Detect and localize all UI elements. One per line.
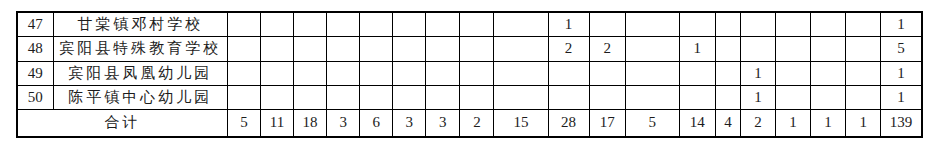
count-cell bbox=[294, 12, 327, 36]
count-cell: 28 bbox=[548, 109, 589, 137]
count-cell: 11 bbox=[261, 109, 294, 137]
count-cell bbox=[393, 36, 426, 61]
table-row: 47甘棠镇邓村学校11 bbox=[17, 12, 922, 36]
count-cell bbox=[227, 36, 260, 61]
count-cell bbox=[776, 85, 811, 109]
count-cell bbox=[811, 61, 846, 85]
count-cell: 1 bbox=[846, 109, 881, 137]
count-cell bbox=[426, 85, 460, 109]
count-cell bbox=[327, 12, 360, 36]
count-cell: 3 bbox=[426, 109, 460, 137]
count-cell bbox=[715, 85, 740, 109]
count-cell: 18 bbox=[294, 109, 327, 137]
count-cell: 2 bbox=[460, 109, 494, 137]
count-cell bbox=[548, 61, 589, 85]
count-cell bbox=[811, 36, 846, 61]
count-cell bbox=[625, 85, 679, 109]
count-cell bbox=[327, 36, 360, 61]
school-name-cell: 甘棠镇邓村学校 bbox=[53, 12, 227, 36]
count-cell bbox=[393, 61, 426, 85]
school-name-cell: 宾阳县特殊教育学校 bbox=[53, 36, 227, 61]
total-row-label: 合计 bbox=[17, 109, 227, 137]
count-cell bbox=[327, 61, 360, 85]
count-cell bbox=[393, 12, 426, 36]
count-cell bbox=[846, 36, 881, 61]
count-cell bbox=[360, 61, 393, 85]
count-cell bbox=[294, 85, 327, 109]
total-row: 合计511183633215281751442111139 bbox=[17, 109, 922, 137]
count-cell bbox=[426, 61, 460, 85]
count-cell bbox=[589, 12, 625, 36]
count-cell bbox=[227, 61, 260, 85]
count-cell: 5 bbox=[625, 109, 679, 137]
count-cell bbox=[625, 36, 679, 61]
count-cell: 1 bbox=[776, 109, 811, 137]
count-cell: 2 bbox=[548, 36, 589, 61]
count-cell bbox=[776, 36, 811, 61]
count-cell bbox=[679, 61, 715, 85]
count-cell: 4 bbox=[715, 109, 740, 137]
count-cell bbox=[625, 61, 679, 85]
count-cell bbox=[811, 12, 846, 36]
count-cell bbox=[811, 85, 846, 109]
count-cell bbox=[715, 36, 740, 61]
count-cell: 1 bbox=[740, 61, 775, 85]
count-cell bbox=[261, 12, 294, 36]
school-stats-table: 47甘棠镇邓村学校1148宾阳县特殊教育学校221549宾阳县凤凰幼儿园1150… bbox=[16, 11, 923, 138]
count-cell bbox=[548, 85, 589, 109]
count-cell bbox=[715, 12, 740, 36]
count-cell: 14 bbox=[679, 109, 715, 137]
count-cell bbox=[460, 12, 494, 36]
table-body: 47甘棠镇邓村学校1148宾阳县特殊教育学校221549宾阳县凤凰幼儿园1150… bbox=[17, 12, 922, 137]
table-row: 49宾阳县凤凰幼儿园11 bbox=[17, 61, 922, 85]
count-cell: 1 bbox=[548, 12, 589, 36]
school-name-cell: 宾阳县凤凰幼儿园 bbox=[53, 61, 227, 85]
count-cell: 5 bbox=[227, 109, 260, 137]
count-cell bbox=[261, 85, 294, 109]
row-number-cell: 50 bbox=[17, 85, 53, 109]
count-cell: 139 bbox=[881, 109, 922, 137]
count-cell: 3 bbox=[327, 109, 360, 137]
count-cell bbox=[494, 36, 548, 61]
count-cell: 1 bbox=[811, 109, 846, 137]
table-row: 50陈平镇中心幼儿园11 bbox=[17, 85, 922, 109]
row-number-cell: 48 bbox=[17, 36, 53, 61]
count-cell bbox=[846, 85, 881, 109]
count-cell bbox=[589, 85, 625, 109]
count-cell: 6 bbox=[360, 109, 393, 137]
count-cell bbox=[227, 85, 260, 109]
count-cell bbox=[393, 85, 426, 109]
count-cell bbox=[679, 85, 715, 109]
count-cell: 3 bbox=[393, 109, 426, 137]
row-number-cell: 49 bbox=[17, 61, 53, 85]
count-cell bbox=[679, 12, 715, 36]
count-cell bbox=[740, 36, 775, 61]
page: { "table": { "description_note": "", "ro… bbox=[0, 0, 939, 157]
count-cell bbox=[227, 12, 260, 36]
count-cell: 1 bbox=[881, 61, 922, 85]
count-cell bbox=[460, 36, 494, 61]
count-cell bbox=[715, 61, 740, 85]
count-cell bbox=[494, 61, 548, 85]
count-cell bbox=[327, 85, 360, 109]
count-cell: 1 bbox=[881, 85, 922, 109]
school-name-cell: 陈平镇中心幼儿园 bbox=[53, 85, 227, 109]
count-cell bbox=[494, 12, 548, 36]
count-cell bbox=[625, 12, 679, 36]
count-cell bbox=[294, 61, 327, 85]
count-cell: 1 bbox=[679, 36, 715, 61]
count-cell bbox=[460, 61, 494, 85]
count-cell bbox=[846, 12, 881, 36]
count-cell bbox=[360, 85, 393, 109]
count-cell bbox=[261, 61, 294, 85]
count-cell: 1 bbox=[740, 85, 775, 109]
count-cell bbox=[846, 61, 881, 85]
count-cell bbox=[460, 85, 494, 109]
row-number-cell: 47 bbox=[17, 12, 53, 36]
count-cell: 2 bbox=[589, 36, 625, 61]
count-cell: 2 bbox=[740, 109, 775, 137]
count-cell bbox=[261, 36, 294, 61]
count-cell bbox=[776, 12, 811, 36]
count-cell: 1 bbox=[881, 12, 922, 36]
table-container: 47甘棠镇邓村学校1148宾阳县特殊教育学校221549宾阳县凤凰幼儿园1150… bbox=[16, 11, 923, 138]
count-cell bbox=[360, 12, 393, 36]
count-cell bbox=[740, 12, 775, 36]
count-cell: 5 bbox=[881, 36, 922, 61]
count-cell bbox=[494, 85, 548, 109]
count-cell bbox=[589, 61, 625, 85]
count-cell bbox=[426, 12, 460, 36]
count-cell bbox=[776, 61, 811, 85]
count-cell: 15 bbox=[494, 109, 548, 137]
count-cell bbox=[426, 36, 460, 61]
count-cell bbox=[294, 36, 327, 61]
count-cell: 17 bbox=[589, 109, 625, 137]
table-row: 48宾阳县特殊教育学校2215 bbox=[17, 36, 922, 61]
count-cell bbox=[360, 36, 393, 61]
